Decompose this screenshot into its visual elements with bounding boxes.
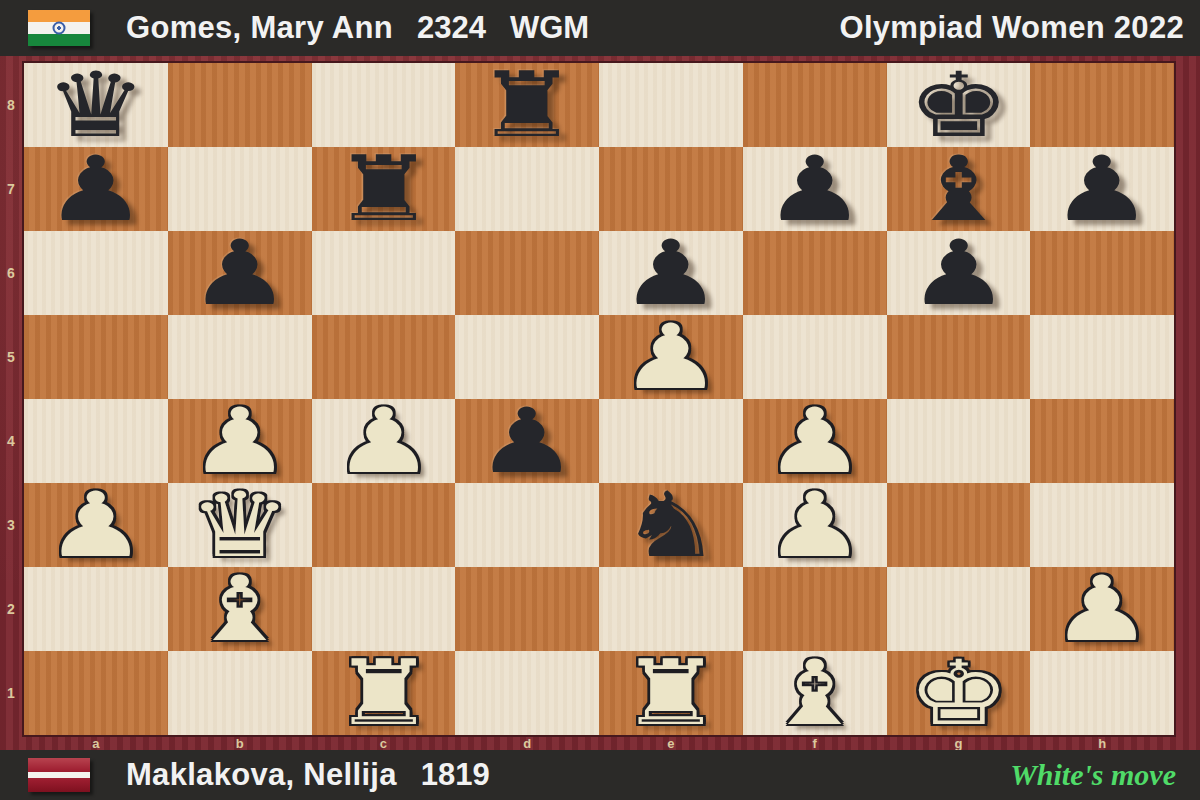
square-h4[interactable] bbox=[1030, 399, 1174, 483]
square-g5[interactable] bbox=[887, 315, 1031, 399]
piece-black-rook-d8[interactable]: ♜ bbox=[434, 62, 621, 148]
square-b5[interactable] bbox=[168, 315, 312, 399]
square-a5[interactable] bbox=[24, 315, 168, 399]
square-c1[interactable]: ♜ bbox=[312, 651, 456, 735]
rank-label-6: 6 bbox=[0, 231, 22, 315]
file-label-b: b bbox=[168, 737, 312, 750]
bottom-player-name: Maklakova, Nellija bbox=[126, 757, 397, 793]
square-f5[interactable] bbox=[743, 315, 887, 399]
file-labels: abcdefgh bbox=[24, 737, 1174, 750]
square-d2[interactable] bbox=[455, 567, 599, 651]
square-b8[interactable] bbox=[168, 63, 312, 147]
rank-label-4: 4 bbox=[0, 399, 22, 483]
piece-white-king-g1[interactable]: ♚ bbox=[865, 650, 1052, 736]
file-label-f: f bbox=[743, 737, 887, 750]
rank-label-3: 3 bbox=[0, 483, 22, 567]
square-d4[interactable]: ♟ bbox=[455, 399, 599, 483]
square-e5[interactable]: ♟ bbox=[599, 315, 743, 399]
file-label-a: a bbox=[24, 737, 168, 750]
side-to-move-status: White's move bbox=[1010, 758, 1176, 792]
square-h6[interactable] bbox=[1030, 231, 1174, 315]
square-a8[interactable]: ♛ bbox=[24, 63, 168, 147]
file-label-h: h bbox=[1030, 737, 1174, 750]
square-h8[interactable] bbox=[1030, 63, 1174, 147]
piece-black-pawn-h7[interactable]: ♟ bbox=[1009, 146, 1196, 232]
piece-black-pawn-g6[interactable]: ♟ bbox=[865, 230, 1052, 316]
square-a1[interactable] bbox=[24, 651, 168, 735]
ashoka-chakra-icon bbox=[53, 22, 66, 35]
square-c3[interactable] bbox=[312, 483, 456, 567]
top-player-bar: Gomes, Mary Ann 2324 WGM Olympiad Women … bbox=[0, 0, 1200, 56]
file-label-g: g bbox=[887, 737, 1031, 750]
rank-label-8: 8 bbox=[0, 63, 22, 147]
top-player-title: WGM bbox=[510, 10, 589, 46]
square-g8[interactable]: ♚ bbox=[887, 63, 1031, 147]
square-f3[interactable]: ♟ bbox=[743, 483, 887, 567]
top-player-rating: 2324 bbox=[417, 10, 486, 46]
piece-black-pawn-b6[interactable]: ♟ bbox=[146, 230, 333, 316]
piece-white-pawn-h2[interactable]: ♟ bbox=[1009, 566, 1196, 652]
square-h5[interactable] bbox=[1030, 315, 1174, 399]
latvia-flag-icon bbox=[28, 758, 90, 792]
piece-white-pawn-f3[interactable]: ♟ bbox=[721, 482, 908, 568]
top-player-name: Gomes, Mary Ann bbox=[126, 10, 393, 46]
piece-black-rook-c7[interactable]: ♜ bbox=[290, 146, 477, 232]
square-e2[interactable] bbox=[599, 567, 743, 651]
piece-black-pawn-d4[interactable]: ♟ bbox=[434, 398, 621, 484]
rank-labels: 87654321 bbox=[0, 63, 22, 735]
flag-stripe bbox=[28, 758, 90, 772]
square-e6[interactable]: ♟ bbox=[599, 231, 743, 315]
square-g3[interactable] bbox=[887, 483, 1031, 567]
square-g1[interactable]: ♚ bbox=[887, 651, 1031, 735]
piece-black-pawn-a7[interactable]: ♟ bbox=[2, 146, 189, 232]
square-b6[interactable]: ♟ bbox=[168, 231, 312, 315]
file-label-d: d bbox=[455, 737, 599, 750]
square-c5[interactable] bbox=[312, 315, 456, 399]
square-h3[interactable] bbox=[1030, 483, 1174, 567]
square-e8[interactable] bbox=[599, 63, 743, 147]
file-label-c: c bbox=[312, 737, 456, 750]
bottom-player-bar: Maklakova, Nellija 1819 White's move bbox=[0, 750, 1200, 800]
square-h1[interactable] bbox=[1030, 651, 1174, 735]
rank-label-7: 7 bbox=[0, 147, 22, 231]
flag-stripe bbox=[28, 772, 90, 779]
piece-white-rook-c1[interactable]: ♜ bbox=[290, 650, 477, 736]
square-d8[interactable]: ♜ bbox=[455, 63, 599, 147]
square-h2[interactable]: ♟ bbox=[1030, 567, 1174, 651]
square-f2[interactable] bbox=[743, 567, 887, 651]
board-frame: ♛♜♚♟♜♟♝♟♟♟♟♟♟♟♟♟♟♛♞♟♝♟♜♜♝♚ 87654321 abcd… bbox=[0, 56, 1200, 750]
square-c6[interactable] bbox=[312, 231, 456, 315]
flag-stripe bbox=[28, 10, 90, 22]
square-b3[interactable]: ♛ bbox=[168, 483, 312, 567]
rank-label-2: 2 bbox=[0, 567, 22, 651]
rank-label-5: 5 bbox=[0, 315, 22, 399]
square-b2[interactable]: ♝ bbox=[168, 567, 312, 651]
rank-label-1: 1 bbox=[0, 651, 22, 735]
square-g4[interactable] bbox=[887, 399, 1031, 483]
square-a7[interactable]: ♟ bbox=[24, 147, 168, 231]
piece-white-bishop-b2[interactable]: ♝ bbox=[146, 566, 333, 652]
square-c7[interactable]: ♜ bbox=[312, 147, 456, 231]
bottom-player-block: Maklakova, Nellija 1819 bbox=[126, 757, 490, 793]
flag-stripe bbox=[28, 34, 90, 46]
square-c2[interactable] bbox=[312, 567, 456, 651]
chess-board: ♛♜♚♟♜♟♝♟♟♟♟♟♟♟♟♟♟♛♞♟♝♟♜♜♝♚ bbox=[22, 61, 1176, 737]
file-label-e: e bbox=[599, 737, 743, 750]
flag-stripe bbox=[28, 778, 90, 792]
square-h7[interactable]: ♟ bbox=[1030, 147, 1174, 231]
square-d7[interactable] bbox=[455, 147, 599, 231]
india-flag-icon bbox=[28, 10, 90, 46]
square-g6[interactable]: ♟ bbox=[887, 231, 1031, 315]
square-f4[interactable]: ♟ bbox=[743, 399, 887, 483]
bottom-player-rating: 1819 bbox=[421, 757, 490, 793]
event-name: Olympiad Women 2022 bbox=[839, 10, 1184, 46]
piece-white-pawn-e5[interactable]: ♟ bbox=[577, 314, 764, 400]
top-player-block: Gomes, Mary Ann 2324 WGM bbox=[126, 10, 589, 46]
